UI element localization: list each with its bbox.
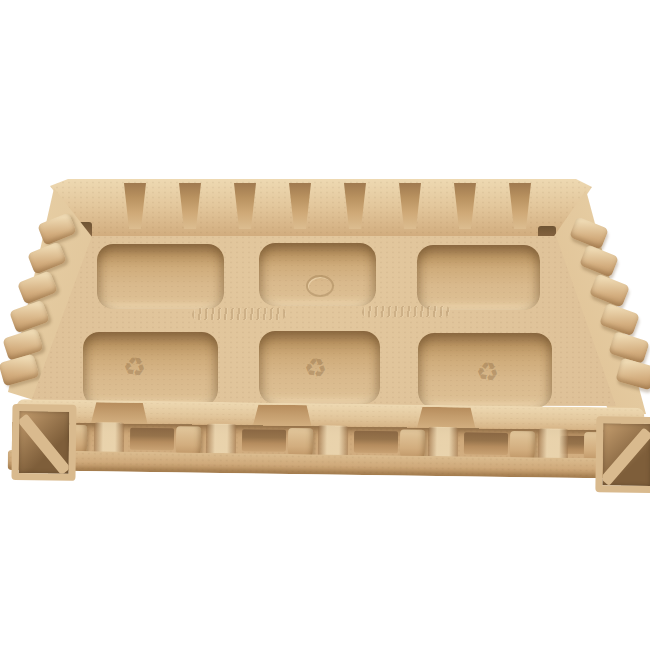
front-vent-window <box>130 428 174 451</box>
tray-front <box>0 0 650 650</box>
front-vent-window <box>354 431 398 454</box>
front-vent-window <box>242 429 286 452</box>
product-photo: ♻ ♻ ♻ <box>0 0 650 650</box>
corner-brace-right <box>595 416 650 493</box>
brace-diagonal <box>17 414 71 476</box>
front-vent-window <box>464 432 508 455</box>
corner-brace-left <box>11 404 76 481</box>
pulp-tray: ♻ ♻ ♻ <box>0 0 650 650</box>
brace-diagonal <box>600 428 650 487</box>
